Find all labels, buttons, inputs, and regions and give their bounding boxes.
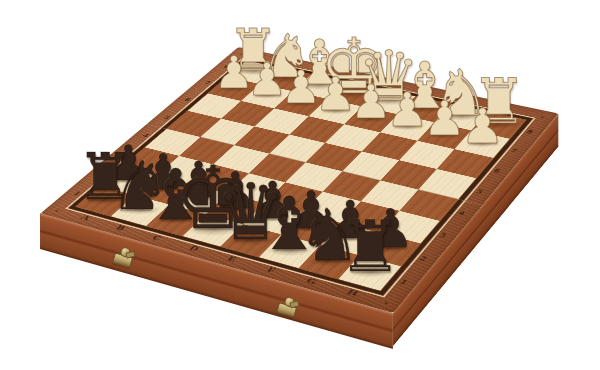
piece-white-pawn[interactable]: ♟ [461, 102, 504, 150]
file-label-f: F [264, 265, 278, 275]
rank-label-right-6: 6 [492, 167, 502, 175]
piece-white-pawn[interactable]: ♟ [423, 94, 466, 142]
file-label-g: G [304, 276, 320, 286]
file-label-a: A [78, 213, 93, 222]
corner-ornament: ◆ [540, 115, 546, 118]
file-label-h: H [345, 287, 361, 298]
rank-label-right-5: 5 [474, 188, 485, 196]
clasp-hook [125, 251, 135, 259]
piece-black-rook[interactable]: ♜ [338, 212, 401, 283]
file-label-b: B [114, 223, 129, 232]
product-photo-stage: ABCDEFGH1122334455667788 ◆◆◆◆ ♜♞♝♚♛♝♞♜♟♟… [0, 0, 600, 370]
corner-ornament: ◆ [54, 208, 61, 212]
corner-ornament: ◆ [383, 300, 390, 305]
clasp-hook [289, 300, 299, 308]
rank-label-right-7: 7 [509, 147, 519, 154]
